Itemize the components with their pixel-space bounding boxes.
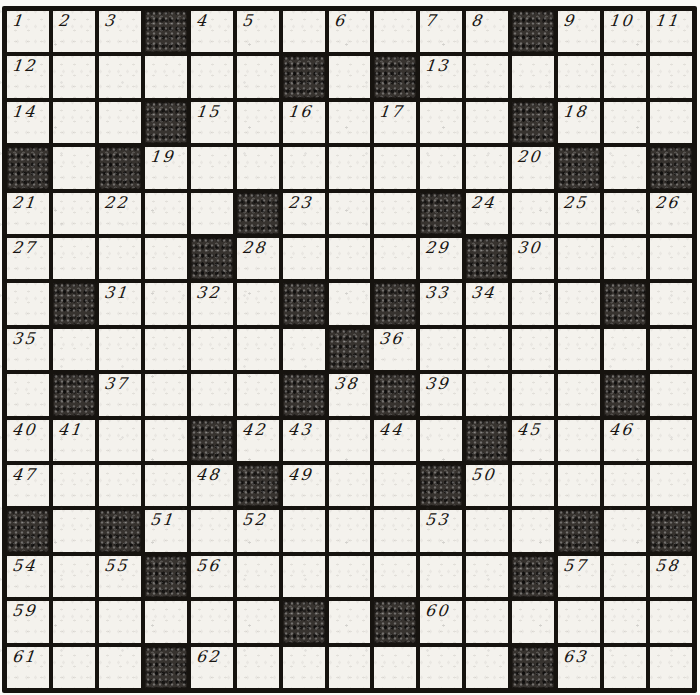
crossword-cell[interactable]: [145, 193, 187, 234]
crossword-cell[interactable]: [558, 56, 600, 97]
clue-number: 5: [241, 12, 255, 30]
blocked-cell: [191, 420, 233, 461]
crossword-cell[interactable]: [145, 601, 187, 642]
crossword-cell[interactable]: [237, 647, 279, 688]
clue-number: 53: [424, 511, 450, 529]
crossword-cell[interactable]: [7, 283, 49, 324]
crossword-cell[interactable]: [329, 556, 371, 597]
crossword-cell[interactable]: [558, 329, 600, 370]
blocked-cell: [283, 56, 325, 97]
crossword-cell[interactable]: [329, 647, 371, 688]
crossword-cell[interactable]: [650, 283, 692, 324]
crossword-cell[interactable]: [604, 56, 646, 97]
clue-number: 30: [516, 239, 542, 257]
crossword-cell[interactable]: 2: [53, 11, 95, 52]
clue-number: 45: [516, 421, 542, 439]
blocked-cell: [650, 510, 692, 551]
clue-number: 3: [103, 12, 117, 30]
blocked-cell: [283, 601, 325, 642]
clue-number: 35: [11, 330, 37, 348]
clue-number: 51: [149, 511, 175, 529]
crossword-cell[interactable]: 50: [466, 465, 508, 506]
clue-number: 61: [11, 648, 37, 666]
crossword-cell[interactable]: 15: [191, 102, 233, 143]
crossword-cell[interactable]: 14: [7, 102, 49, 143]
crossword-cell[interactable]: [650, 102, 692, 143]
clue-number: 34: [470, 284, 496, 302]
crossword-cell[interactable]: [191, 510, 233, 551]
crossword-cell[interactable]: 31: [99, 283, 141, 324]
crossword-cell[interactable]: [237, 56, 279, 97]
blocked-cell: [99, 510, 141, 551]
crossword-cell[interactable]: 8: [466, 11, 508, 52]
crossword-cell[interactable]: 41: [53, 420, 95, 461]
blocked-cell: [237, 465, 279, 506]
blocked-cell: [145, 556, 187, 597]
crossword-cell[interactable]: [604, 147, 646, 188]
crossword-cell[interactable]: [145, 283, 187, 324]
crossword-cell[interactable]: 30: [512, 238, 554, 279]
crossword-cell[interactable]: [374, 11, 416, 52]
crossword-cell[interactable]: [237, 556, 279, 597]
blocked-cell: [374, 56, 416, 97]
crossword-cell[interactable]: 34: [466, 283, 508, 324]
blocked-cell: [283, 374, 325, 415]
clue-number: 36: [379, 330, 405, 348]
clue-number: 41: [57, 421, 83, 439]
crossword-cell[interactable]: [650, 374, 692, 415]
blocked-cell: [53, 283, 95, 324]
clue-number: 57: [562, 557, 588, 575]
blocked-cell: [374, 601, 416, 642]
crossword-cell[interactable]: [329, 283, 371, 324]
blocked-cell: [145, 647, 187, 688]
clue-number: 21: [11, 194, 37, 212]
clue-number: 59: [11, 602, 37, 620]
clue-number: 42: [241, 421, 267, 439]
clue-number: 37: [103, 375, 129, 393]
crossword-cell[interactable]: [283, 329, 325, 370]
crossword-cell[interactable]: [650, 465, 692, 506]
crossword-cell[interactable]: [512, 465, 554, 506]
crossword-cell[interactable]: 51: [145, 510, 187, 551]
crossword-cell[interactable]: [374, 147, 416, 188]
clue-number: 1: [11, 12, 25, 30]
clue-number: 60: [424, 602, 450, 620]
crossword-cell[interactable]: 32: [191, 283, 233, 324]
clue-number: 32: [195, 284, 221, 302]
blocked-cell: [604, 374, 646, 415]
clue-number: 11: [654, 12, 680, 30]
blocked-cell: [420, 465, 462, 506]
crossword-cell[interactable]: 17: [374, 102, 416, 143]
crossword-cell[interactable]: 7: [420, 11, 462, 52]
crossword-cell[interactable]: [329, 238, 371, 279]
crossword-cell[interactable]: 55: [99, 556, 141, 597]
crossword-cell[interactable]: [466, 102, 508, 143]
crossword-cell[interactable]: 62: [191, 647, 233, 688]
crossword-cell[interactable]: 52: [237, 510, 279, 551]
blocked-cell: [329, 329, 371, 370]
crossword-cell[interactable]: [512, 510, 554, 551]
crossword-cell[interactable]: 3: [99, 11, 141, 52]
crossword-cell[interactable]: [329, 420, 371, 461]
crossword-cell[interactable]: [374, 556, 416, 597]
crossword-cell[interactable]: [466, 647, 508, 688]
blocked-cell: [374, 283, 416, 324]
crossword-cell[interactable]: 6: [329, 11, 371, 52]
crossword-cell[interactable]: [329, 193, 371, 234]
crossword-cell[interactable]: 63: [558, 647, 600, 688]
crossword-cell[interactable]: 5: [237, 11, 279, 52]
crossword-cell[interactable]: [466, 56, 508, 97]
clue-number: 18: [562, 103, 588, 121]
clue-number: 33: [424, 284, 450, 302]
clue-number: 15: [195, 103, 221, 121]
crossword-cell[interactable]: [420, 420, 462, 461]
blocked-cell: [237, 193, 279, 234]
crossword-cell[interactable]: [283, 11, 325, 52]
clue-number: 22: [103, 194, 129, 212]
clue-number: 29: [424, 239, 450, 257]
crossword-cell[interactable]: [145, 465, 187, 506]
blocked-cell: [466, 238, 508, 279]
crossword-cell[interactable]: [650, 329, 692, 370]
crossword-cell[interactable]: 20: [512, 147, 554, 188]
crossword-cell[interactable]: [420, 147, 462, 188]
crossword-cell[interactable]: [145, 374, 187, 415]
crossword-cell[interactable]: [604, 556, 646, 597]
crossword-cell[interactable]: [558, 420, 600, 461]
crossword-cell[interactable]: 25: [558, 193, 600, 234]
crossword-cell[interactable]: [329, 510, 371, 551]
crossword-cell[interactable]: 49: [283, 465, 325, 506]
crossword-cell[interactable]: [650, 420, 692, 461]
crossword-cell[interactable]: [237, 147, 279, 188]
blocked-cell: [53, 374, 95, 415]
crossword-cell[interactable]: [53, 147, 95, 188]
clue-number: 20: [516, 148, 542, 166]
crossword-cell[interactable]: [191, 329, 233, 370]
crossword-cell[interactable]: [99, 238, 141, 279]
crossword-cell[interactable]: [237, 329, 279, 370]
crossword-cell[interactable]: 33: [420, 283, 462, 324]
clue-number: 52: [241, 511, 267, 529]
crossword-cell[interactable]: [145, 56, 187, 97]
crossword-cell[interactable]: 29: [420, 238, 462, 279]
crossword-cell[interactable]: 10: [604, 11, 646, 52]
crossword-cell[interactable]: [329, 147, 371, 188]
crossword-cell[interactable]: [283, 510, 325, 551]
crossword-cell[interactable]: [374, 238, 416, 279]
crossword-cell[interactable]: 27: [7, 238, 49, 279]
blocked-cell: [283, 283, 325, 324]
blocked-cell: [374, 374, 416, 415]
crossword-cell[interactable]: [604, 193, 646, 234]
crossword-cell[interactable]: [53, 238, 95, 279]
clue-number: 16: [287, 103, 313, 121]
crossword-cell[interactable]: [466, 601, 508, 642]
crossword-cell[interactable]: 23: [283, 193, 325, 234]
crossword-cell[interactable]: [558, 283, 600, 324]
crossword-cell[interactable]: 61: [7, 647, 49, 688]
clue-number: 55: [103, 557, 129, 575]
blocked-cell: [99, 147, 141, 188]
crossword-cell[interactable]: [237, 102, 279, 143]
blocked-cell: [191, 238, 233, 279]
blocked-cell: [466, 420, 508, 461]
crossword-cell[interactable]: [466, 147, 508, 188]
crossword-cell[interactable]: [283, 147, 325, 188]
crossword-cell[interactable]: [99, 465, 141, 506]
crossword-cell[interactable]: [53, 193, 95, 234]
crossword-cell[interactable]: [99, 329, 141, 370]
crossword-cell[interactable]: 39: [420, 374, 462, 415]
clue-number: 26: [654, 194, 680, 212]
crossword-cell[interactable]: 16: [283, 102, 325, 143]
clue-number: 28: [241, 239, 267, 257]
crossword-cell[interactable]: [512, 56, 554, 97]
clue-number: 8: [470, 12, 484, 30]
crossword-cell[interactable]: 56: [191, 556, 233, 597]
crossword-cell[interactable]: [604, 238, 646, 279]
clue-number: 43: [287, 421, 313, 439]
crossword-cell[interactable]: [53, 465, 95, 506]
crossword-cell[interactable]: [329, 56, 371, 97]
blocked-cell: [558, 147, 600, 188]
crossword-cell[interactable]: [512, 329, 554, 370]
crossword-cell[interactable]: 24: [466, 193, 508, 234]
clue-number: 50: [470, 466, 496, 484]
crossword-cell[interactable]: [420, 556, 462, 597]
crossword-cell[interactable]: 57: [558, 556, 600, 597]
crossword-cell[interactable]: [512, 283, 554, 324]
crossword-cell[interactable]: [420, 329, 462, 370]
crossword-cell[interactable]: 28: [237, 238, 279, 279]
crossword-cell[interactable]: [191, 601, 233, 642]
crossword-cell[interactable]: [604, 601, 646, 642]
crossword-cell[interactable]: [512, 193, 554, 234]
crossword-cell[interactable]: [466, 329, 508, 370]
clue-number: 10: [608, 12, 634, 30]
crossword-cell[interactable]: [99, 420, 141, 461]
clue-number: 7: [424, 12, 438, 30]
crossword-cell[interactable]: 37: [99, 374, 141, 415]
clue-number: 40: [11, 421, 37, 439]
crossword-cell[interactable]: [53, 647, 95, 688]
blocked-cell: [558, 510, 600, 551]
crossword-cell[interactable]: [512, 374, 554, 415]
crossword-cell[interactable]: [558, 601, 600, 642]
crossword-cell[interactable]: [558, 238, 600, 279]
blocked-cell: [145, 102, 187, 143]
crossword-cell[interactable]: [604, 510, 646, 551]
crossword-cell[interactable]: [558, 465, 600, 506]
crossword-cell[interactable]: [374, 193, 416, 234]
crossword-cell[interactable]: 46: [604, 420, 646, 461]
crossword-cell[interactable]: [466, 556, 508, 597]
crossword-cell[interactable]: [99, 102, 141, 143]
crossword-cell[interactable]: 11: [650, 11, 692, 52]
crossword-cell[interactable]: 47: [7, 465, 49, 506]
crossword-cell[interactable]: 45: [512, 420, 554, 461]
crossword-cell[interactable]: [99, 647, 141, 688]
clue-number: 2: [57, 12, 71, 30]
clue-number: 47: [11, 466, 37, 484]
clue-number: 12: [11, 57, 37, 75]
clue-number: 54: [11, 557, 37, 575]
crossword-cell[interactable]: [283, 647, 325, 688]
crossword-cell[interactable]: 59: [7, 601, 49, 642]
clue-number: 62: [195, 648, 221, 666]
crossword-cell[interactable]: 13: [420, 56, 462, 97]
clue-number: 63: [562, 648, 588, 666]
crossword-cell[interactable]: [374, 465, 416, 506]
crossword-cell[interactable]: 9: [558, 11, 600, 52]
clue-number: 46: [608, 421, 634, 439]
crossword-cell[interactable]: [466, 374, 508, 415]
crossword-cell[interactable]: [145, 329, 187, 370]
crossword-cell[interactable]: [53, 329, 95, 370]
crossword-cell[interactable]: [604, 465, 646, 506]
crossword-cell[interactable]: [145, 420, 187, 461]
crossword-cell[interactable]: [99, 56, 141, 97]
crossword-cell[interactable]: [283, 238, 325, 279]
crossword-cell[interactable]: 19: [145, 147, 187, 188]
clue-number: 31: [103, 284, 129, 302]
clue-number: 6: [333, 12, 347, 30]
crossword-cell[interactable]: 43: [283, 420, 325, 461]
crossword-cell[interactable]: [650, 56, 692, 97]
crossword-cell[interactable]: [145, 238, 187, 279]
crossword-cell[interactable]: [374, 647, 416, 688]
crossword-cell[interactable]: [53, 102, 95, 143]
clue-number: 44: [379, 421, 405, 439]
crossword-cell[interactable]: [650, 647, 692, 688]
clue-number: 14: [11, 103, 37, 121]
clue-number: 56: [195, 557, 221, 575]
clue-number: 23: [287, 194, 313, 212]
clue-number: 38: [333, 375, 359, 393]
clue-number: 48: [195, 466, 221, 484]
crossword-cell[interactable]: [329, 601, 371, 642]
crossword-cell[interactable]: 1: [7, 11, 49, 52]
crossword-cell[interactable]: 26: [650, 193, 692, 234]
clue-number: 24: [470, 194, 496, 212]
crossword-cell[interactable]: 22: [99, 193, 141, 234]
blocked-cell: [512, 11, 554, 52]
crossword-cell[interactable]: 53: [420, 510, 462, 551]
clue-number: 27: [11, 239, 37, 257]
crossword-cell[interactable]: [604, 647, 646, 688]
crossword-cell[interactable]: 48: [191, 465, 233, 506]
crossword-cell[interactable]: [604, 329, 646, 370]
crossword-cell[interactable]: [604, 102, 646, 143]
crossword-cell[interactable]: 18: [558, 102, 600, 143]
crossword-cell[interactable]: [191, 147, 233, 188]
crossword-cell[interactable]: 42: [237, 420, 279, 461]
crossword-cell[interactable]: [329, 102, 371, 143]
crossword-cell[interactable]: [650, 238, 692, 279]
crossword-cell[interactable]: [237, 374, 279, 415]
blocked-cell: [420, 193, 462, 234]
crossword-cell[interactable]: [420, 647, 462, 688]
crossword-cell[interactable]: 40: [7, 420, 49, 461]
clue-number: 49: [287, 466, 313, 484]
blocked-cell: [650, 147, 692, 188]
crossword-cell[interactable]: [466, 510, 508, 551]
crossword-cell[interactable]: 35: [7, 329, 49, 370]
clue-number: 17: [379, 103, 405, 121]
crossword-cell[interactable]: [191, 56, 233, 97]
crossword-cell[interactable]: 4: [191, 11, 233, 52]
crossword-cell[interactable]: [237, 283, 279, 324]
clue-number: 13: [424, 57, 450, 75]
blocked-cell: [7, 510, 49, 551]
crossword-cell[interactable]: 21: [7, 193, 49, 234]
crossword-cell[interactable]: [191, 193, 233, 234]
crossword-cell[interactable]: [650, 601, 692, 642]
clue-number: 58: [654, 557, 680, 575]
crossword-cell[interactable]: [329, 465, 371, 506]
crossword-cell[interactable]: [237, 601, 279, 642]
blocked-cell: [512, 556, 554, 597]
crossword-cell[interactable]: [53, 556, 95, 597]
crossword-cell[interactable]: 36: [374, 329, 416, 370]
blocked-cell: [512, 102, 554, 143]
crossword-cell[interactable]: [191, 374, 233, 415]
crossword-cell[interactable]: [420, 102, 462, 143]
crossword-cell[interactable]: [283, 556, 325, 597]
blocked-cell: [604, 283, 646, 324]
crossword-cell[interactable]: [53, 56, 95, 97]
blocked-cell: [7, 147, 49, 188]
crossword-cell[interactable]: [558, 374, 600, 415]
crossword-cell[interactable]: 60: [420, 601, 462, 642]
clue-number: 4: [195, 12, 209, 30]
scanned-crossword-page: 1234567891011121314151617181920212223242…: [0, 0, 700, 695]
crossword-cell[interactable]: [53, 510, 95, 551]
clue-number: 9: [562, 12, 576, 30]
crossword-cell[interactable]: 38: [329, 374, 371, 415]
blocked-cell: [145, 11, 187, 52]
clue-number: 19: [149, 148, 175, 166]
crossword-cell[interactable]: 58: [650, 556, 692, 597]
blocked-cell: [512, 647, 554, 688]
crossword-cell[interactable]: 54: [7, 556, 49, 597]
crossword-cell[interactable]: [7, 374, 49, 415]
crossword-cell[interactable]: [512, 601, 554, 642]
crossword-cell[interactable]: 12: [7, 56, 49, 97]
crossword-cell[interactable]: [374, 510, 416, 551]
crossword-cell[interactable]: [53, 601, 95, 642]
crossword-cell[interactable]: 44: [374, 420, 416, 461]
crossword-board: 1234567891011121314151617181920212223242…: [2, 6, 697, 693]
clue-number: 25: [562, 194, 588, 212]
crossword-cell[interactable]: [99, 601, 141, 642]
clue-number: 39: [424, 375, 450, 393]
